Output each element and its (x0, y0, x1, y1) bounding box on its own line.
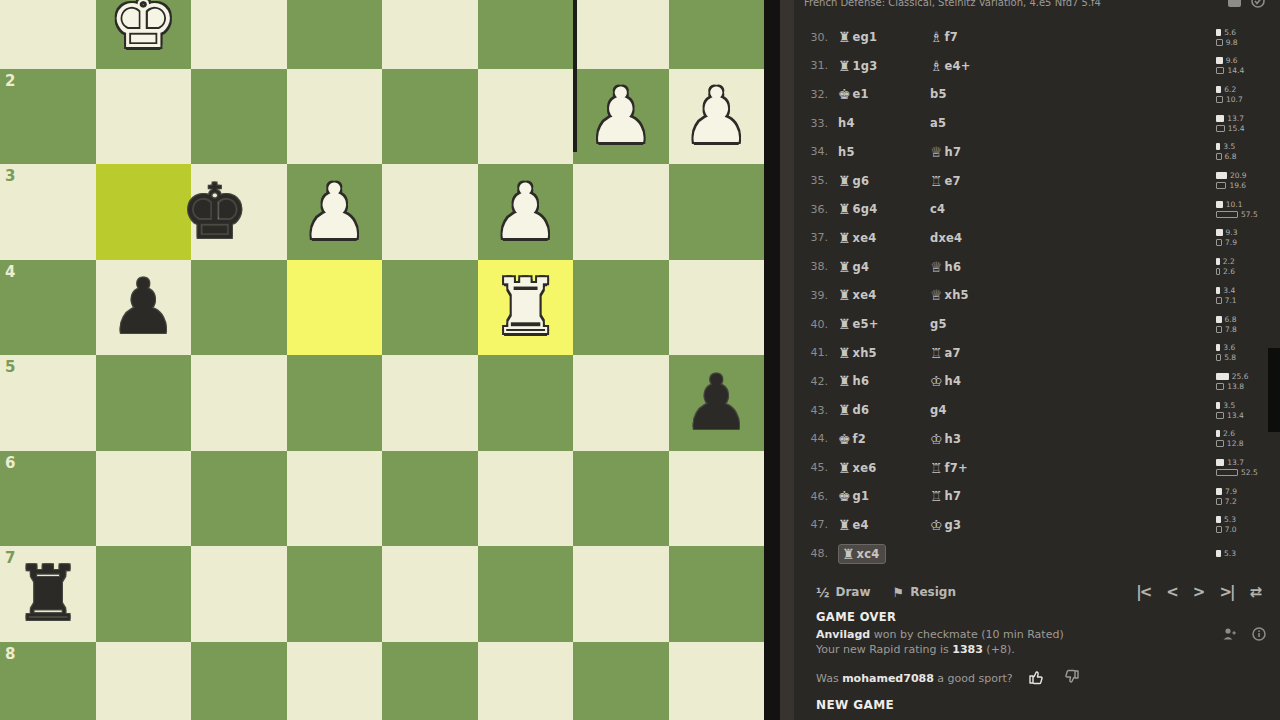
black-move[interactable]: ♕h6 (930, 259, 1020, 275)
move-row-37: 37.♜xe4dxe49.37.9 (794, 225, 1280, 251)
black-time-bar (1216, 239, 1222, 246)
nav-first-icon[interactable]: |< (1136, 583, 1150, 601)
white-time-bar (1216, 258, 1220, 265)
square-e6[interactable] (287, 451, 383, 547)
san-text: g5 (930, 317, 947, 331)
black-move[interactable]: ♕h7 (930, 144, 1020, 160)
black-time-bar (1216, 297, 1222, 304)
move-times: 5.37.0 (1216, 512, 1268, 538)
square-b2[interactable]: ♟ (573, 69, 669, 165)
black-move[interactable]: c4 (930, 202, 1020, 216)
move-number: 47. (794, 518, 834, 531)
move-navigation: |< < > >| ⇄ (1136, 580, 1262, 604)
square-f4[interactable] (191, 260, 287, 356)
square-h5[interactable]: 5 (0, 355, 96, 451)
draw-button[interactable]: ½ Draw (816, 585, 871, 600)
square-a1[interactable] (669, 0, 765, 69)
winner-name: Anvilagd (816, 628, 870, 641)
square-a2[interactable]: ♟ (669, 69, 765, 165)
move-times: 13.752.5 (1216, 455, 1268, 481)
piece-icon-R: ♜ (838, 287, 851, 303)
piece-icon-R: ♜ (838, 201, 851, 217)
time-value: 6.8 (1225, 152, 1237, 161)
white-move[interactable]: ♜e4 (838, 517, 928, 533)
move-row-30: 30.♜eg1♗f75.69.8 (794, 24, 1280, 50)
white-time-bar (1216, 86, 1221, 93)
square-e8[interactable] (287, 642, 383, 720)
move-row-33: 33.h4a513.715.4 (794, 110, 1280, 136)
piece-icon-Q: ♕ (930, 144, 943, 160)
square-g4[interactable]: ♟ (96, 260, 192, 356)
time-value: 7.1 (1225, 296, 1237, 305)
time-value: 3.5 (1223, 142, 1235, 151)
white-move[interactable]: ♜xh5 (838, 345, 928, 361)
game-over-icons (1222, 626, 1266, 645)
piece-icon-R: ♖ (930, 488, 943, 504)
san-text: h6 (945, 260, 962, 274)
white-time-bar (1216, 402, 1220, 409)
resign-label: Resign (910, 585, 956, 599)
white-time-bar (1216, 516, 1221, 523)
square-g2[interactable] (96, 69, 192, 165)
black-time-bar (1216, 354, 1221, 361)
time-value: 5.3 (1224, 549, 1236, 558)
black-pawn-g4[interactable]: ♟ (96, 260, 192, 356)
white-king-g1[interactable]: ♚ (96, 0, 192, 69)
san-text: f7 (945, 30, 958, 44)
white-rook-c4[interactable]: ♜ (478, 260, 574, 356)
square-e5[interactable] (287, 355, 383, 451)
square-d2[interactable] (382, 69, 478, 165)
move-number: 32. (794, 88, 834, 101)
move-number: 44. (794, 432, 834, 445)
piece-icon-R: ♜ (838, 173, 851, 189)
white-move[interactable]: ♜d6 (838, 402, 928, 418)
rank-label-7: 7 (5, 549, 15, 567)
scrollbar-notch (1268, 348, 1280, 432)
time-value: 7.2 (1225, 497, 1237, 506)
thumbs-up-icon[interactable] (1027, 668, 1045, 689)
move-number: 37. (794, 231, 834, 244)
time-value: 13.7 (1227, 458, 1244, 467)
black-move[interactable]: a5 (930, 116, 1020, 130)
square-h6[interactable]: 6 (0, 451, 96, 547)
time-value: 9.6 (1226, 56, 1238, 65)
black-time-bar (1216, 526, 1222, 533)
black-time-bar (1216, 326, 1222, 333)
move-times: 5.69.8 (1216, 24, 1268, 50)
piece-icon-K: ♚ (838, 431, 851, 447)
square-g6[interactable] (96, 451, 192, 547)
time-value: 10.7 (1226, 95, 1243, 104)
square-f1[interactable] (191, 0, 287, 69)
white-move[interactable]: ♜xe4 (838, 230, 928, 246)
square-a3[interactable] (669, 164, 765, 260)
piece-icon-Q: ♕ (930, 287, 943, 303)
square-d5[interactable] (382, 355, 478, 451)
flip-board-icon[interactable]: ⇄ (1249, 583, 1262, 601)
new-game-heading[interactable]: NEW GAME (816, 698, 894, 712)
black-move[interactable]: ♖f7+ (930, 460, 1020, 476)
black-move[interactable]: b5 (930, 87, 1020, 101)
square-e2[interactable] (287, 69, 383, 165)
move-times: 2.612.8 (1216, 426, 1268, 452)
time-value: 6.2 (1224, 85, 1236, 94)
black-time-bar (1216, 96, 1223, 103)
sportsmanship-row: Was mohamed7088 a good sport? (816, 668, 1081, 689)
piece-icon-R: ♜ (838, 345, 851, 361)
square-g5[interactable] (96, 355, 192, 451)
draw-label: Draw (835, 585, 870, 599)
white-move[interactable]: ♜6g4 (838, 201, 928, 217)
move-row-36: 36.♜6g4c410.157.5 (794, 196, 1280, 222)
white-move[interactable]: ♜g6 (838, 173, 928, 189)
san-text: xh5 (945, 288, 969, 302)
square-h4[interactable]: 4 (0, 260, 96, 356)
square-h2[interactable]: 2 (0, 69, 96, 165)
rank-label-8: 8 (5, 645, 15, 663)
white-move[interactable]: ♜xe6 (838, 460, 928, 476)
rank-label-4: 4 (5, 263, 15, 281)
time-value: 9.3 (1226, 228, 1238, 237)
white-move[interactable]: h5 (838, 145, 928, 159)
time-value: 5.6 (1224, 28, 1236, 37)
move-row-31: 31.♜1g3♗e4+9.614.4 (794, 53, 1280, 79)
piece-icon-R: ♜ (838, 29, 851, 45)
square-d7[interactable] (382, 546, 478, 642)
square-b3[interactable] (573, 164, 669, 260)
sport-thumbs (1027, 668, 1081, 689)
square-e1[interactable] (287, 0, 383, 69)
square-b7[interactable] (573, 546, 669, 642)
white-time-bar (1216, 172, 1227, 179)
san-text: 1g3 (853, 59, 878, 73)
square-f7[interactable] (191, 546, 287, 642)
white-move[interactable]: ♜h6 (838, 373, 928, 389)
san-text: e1 (853, 87, 869, 101)
square-d4[interactable] (382, 260, 478, 356)
san-text: e5+ (853, 317, 879, 331)
square-c2[interactable] (478, 69, 574, 165)
square-f5[interactable] (191, 355, 287, 451)
time-value: 9.8 (1226, 38, 1238, 47)
time-value: 3.5 (1223, 401, 1235, 410)
square-b6[interactable] (573, 451, 669, 547)
white-move[interactable]: ♚g1 (838, 488, 928, 504)
sidebar-edge-strip (780, 0, 794, 720)
square-a4[interactable] (669, 260, 765, 356)
square-g1[interactable]: ♚ (96, 0, 192, 69)
black-time-bar (1216, 498, 1222, 505)
square-a7[interactable] (669, 546, 765, 642)
black-move[interactable]: ♔h3 (930, 431, 1020, 447)
white-pawn-e3[interactable]: ♟ (287, 164, 383, 260)
move-number: 45. (794, 461, 834, 474)
piece-icon-Q: ♕ (930, 259, 943, 275)
move-number: 43. (794, 404, 834, 417)
black-move[interactable]: ♗f7 (930, 29, 1020, 45)
piece-icon-R: ♜ (838, 259, 851, 275)
square-d8[interactable] (382, 642, 478, 720)
share-person-icon[interactable] (1222, 626, 1236, 645)
half-point-icon: ½ (816, 585, 829, 600)
nav-next-icon[interactable]: > (1193, 583, 1204, 601)
san-text: dxe4 (930, 231, 962, 245)
piece-icon-K: ♔ (930, 373, 943, 389)
san-text: h7 (945, 145, 962, 159)
square-c4[interactable]: ♜ (478, 260, 574, 356)
piece-icon-B: ♗ (930, 58, 943, 74)
move-row-34: 34.h5♕h73.56.8 (794, 139, 1280, 165)
square-d6[interactable] (382, 451, 478, 547)
square-b1[interactable] (573, 0, 669, 69)
square-c3[interactable]: ♟ (478, 164, 574, 260)
white-pawn-b2[interactable]: ♟ (573, 69, 669, 165)
square-g8[interactable] (96, 642, 192, 720)
move-number: 35. (794, 174, 834, 187)
black-move[interactable]: dxe4 (930, 231, 1020, 245)
piece-icon-R: ♜ (838, 316, 851, 332)
square-e4[interactable] (287, 260, 383, 356)
time-value: 7.8 (1225, 325, 1237, 334)
move-number: 31. (794, 59, 834, 72)
time-value: 3.6 (1223, 343, 1235, 352)
san-text: h5 (838, 145, 855, 159)
piece-icon-K: ♔ (930, 517, 943, 533)
time-value: 7.0 (1225, 525, 1237, 534)
black-move[interactable]: ♖e7 (930, 173, 1020, 189)
san-text: xc4 (857, 547, 880, 561)
time-value: 14.4 (1227, 66, 1244, 75)
chess-board[interactable]: 1♚2♟♟3♚♟♟4♟♜5♟67♜8 (0, 0, 764, 720)
square-h3[interactable]: 3 (0, 164, 96, 260)
game-controls-bar: ½ Draw ⚑ Resign |< < > >| ⇄ (794, 580, 1280, 604)
white-time-bar (1216, 29, 1221, 36)
flag-icon: ⚑ (893, 585, 905, 600)
square-d3[interactable] (382, 164, 478, 260)
time-value: 5.3 (1224, 515, 1236, 524)
black-time-bar (1216, 211, 1238, 218)
white-move[interactable]: ♚e1 (838, 86, 928, 102)
move-number: 33. (794, 117, 834, 130)
time-value: 15.4 (1228, 124, 1245, 133)
square-b4[interactable] (573, 260, 669, 356)
move-times: 10.157.5 (1216, 196, 1268, 222)
white-move[interactable]: ♜eg1 (838, 29, 928, 45)
move-number: 46. (794, 490, 834, 503)
time-value: 2.2 (1223, 257, 1235, 266)
piece-icon-B: ♗ (930, 29, 943, 45)
san-text: xe4 (853, 231, 877, 245)
square-h1[interactable]: 1 (0, 0, 96, 69)
white-time-bar (1216, 430, 1220, 437)
sport-question: Was mohamed7088 a good sport? (816, 672, 1013, 685)
square-g7[interactable] (96, 546, 192, 642)
move-row-32: 32.♚e1b56.210.7 (794, 81, 1280, 107)
white-time-bar (1216, 229, 1223, 236)
move-row-47: 47.♜e4♔g35.37.0 (794, 512, 1280, 538)
move-number: 34. (794, 145, 834, 158)
move-number: 39. (794, 289, 834, 302)
square-b8[interactable] (573, 642, 669, 720)
time-value: 13.7 (1227, 114, 1244, 123)
black-time-bar (1216, 268, 1220, 275)
black-time-bar (1216, 182, 1226, 189)
nav-prev-icon[interactable]: < (1166, 583, 1177, 601)
square-e7[interactable] (287, 546, 383, 642)
move-number: 36. (794, 203, 834, 216)
san-text: h6 (853, 374, 870, 388)
rating-value: 1383 (952, 643, 983, 656)
square-a5[interactable]: ♟ (669, 355, 765, 451)
video-artifact-line (573, 0, 577, 152)
app-window: 1♚2♟♟3♚♟♟4♟♜5♟67♜8 French Defense: Class… (0, 0, 1280, 720)
move-row-41: 41.♜xh5♖a73.65.8 (794, 340, 1280, 366)
move-times: 3.65.8 (1216, 340, 1268, 366)
san-text: g6 (853, 174, 870, 188)
san-text: xh5 (853, 346, 877, 360)
san-text: g4 (853, 260, 870, 274)
white-move[interactable]: ♜xe4 (838, 287, 928, 303)
square-c6[interactable] (478, 451, 574, 547)
white-time-bar (1216, 344, 1220, 351)
rank-label-6: 6 (5, 454, 15, 472)
time-value: 57.5 (1241, 210, 1258, 219)
white-pawn-c3[interactable]: ♟ (478, 164, 574, 260)
san-text: g4 (930, 403, 947, 417)
square-f8[interactable] (191, 642, 287, 720)
black-move[interactable]: ♖a7 (930, 345, 1020, 361)
game-over-title: GAME OVER (816, 610, 1256, 624)
move-row-45: 45.♜xe6♖f7+13.752.5 (794, 455, 1280, 481)
piece-icon-K: ♚ (838, 488, 851, 504)
black-king-f3[interactable]: ♚ (167, 164, 263, 260)
white-move[interactable]: ♚f2 (838, 431, 928, 447)
white-time-bar (1216, 373, 1229, 380)
time-value: 20.9 (1230, 171, 1247, 180)
black-move[interactable]: ♗e4+ (930, 58, 1020, 74)
square-c5[interactable] (478, 355, 574, 451)
result-text: won by checkmate (10 min Rated) (870, 628, 1063, 641)
black-pawn-a5[interactable]: ♟ (669, 355, 765, 451)
san-text: e4+ (945, 59, 971, 73)
square-c1[interactable] (478, 0, 574, 69)
game-sidebar: French Defense: Classical, Steinitz Vari… (794, 0, 1280, 720)
time-value: 13.8 (1227, 382, 1244, 391)
move-row-46: 46.♚g1♖h77.97.2 (794, 483, 1280, 509)
time-value: 5.8 (1224, 353, 1236, 362)
san-text: xe6 (853, 461, 877, 475)
white-move[interactable]: ♜g4 (838, 259, 928, 275)
game-over-panel: GAME OVER Anvilagd won by checkmate (10 … (816, 610, 1256, 656)
piece-icon-R: ♜ (838, 460, 851, 476)
piece-icon-R: ♜ (842, 546, 855, 562)
square-a8[interactable] (669, 642, 765, 720)
resign-button[interactable]: ⚑ Resign (893, 585, 956, 600)
square-h7[interactable]: 7♜ (0, 546, 96, 642)
piece-icon-K: ♔ (930, 431, 943, 447)
info-icon[interactable] (1252, 626, 1266, 645)
time-value: 2.6 (1223, 429, 1235, 438)
move-times: 3.47.1 (1216, 282, 1268, 308)
square-b5[interactable] (573, 355, 669, 451)
san-text: e4 (853, 518, 869, 532)
square-a6[interactable] (669, 451, 765, 547)
move-number: 41. (794, 346, 834, 359)
move-number: 42. (794, 375, 834, 388)
square-f2[interactable] (191, 69, 287, 165)
san-text: h4 (838, 116, 855, 130)
san-text: g1 (853, 489, 870, 503)
black-move[interactable]: ♔g3 (930, 517, 1020, 533)
book-icon[interactable] (1227, 0, 1242, 9)
black-move[interactable]: ♖h7 (930, 488, 1020, 504)
time-value: 7.9 (1225, 238, 1237, 247)
square-c8[interactable] (478, 642, 574, 720)
san-text: h4 (945, 374, 962, 388)
white-time-bar (1216, 201, 1223, 208)
white-time-bar (1216, 459, 1224, 466)
square-c7[interactable] (478, 546, 574, 642)
black-time-bar (1216, 39, 1223, 46)
san-text: 6g4 (853, 202, 878, 216)
san-text: c4 (930, 202, 945, 216)
san-text: h7 (945, 489, 962, 503)
black-time-bar (1216, 67, 1224, 74)
black-time-bar (1216, 469, 1238, 476)
rank-label-5: 5 (5, 358, 15, 376)
square-f3[interactable]: ♚ (191, 164, 287, 260)
opening-name[interactable]: French Defense: Classical, Steinitz Vari… (804, 0, 1224, 8)
san-text: e7 (945, 174, 961, 188)
move-row-43: 43.♜d6g43.513.4 (794, 397, 1280, 423)
white-time-bar (1216, 115, 1224, 122)
white-time-bar (1216, 57, 1223, 64)
piece-icon-R: ♜ (838, 58, 851, 74)
time-value: 12.8 (1227, 439, 1244, 448)
san-text: h3 (945, 432, 962, 446)
white-move[interactable]: ♜1g3 (838, 58, 928, 74)
square-h8[interactable]: 8 (0, 642, 96, 720)
time-value: 6.8 (1225, 315, 1237, 324)
black-move[interactable]: ♕xh5 (930, 287, 1020, 303)
white-move[interactable]: ♜xc4 (838, 544, 886, 564)
board-sidebar-gap (764, 0, 780, 720)
black-move[interactable]: g4 (930, 403, 1020, 417)
square-d1[interactable] (382, 0, 478, 69)
square-e3[interactable]: ♟ (287, 164, 383, 260)
nav-last-icon[interactable]: >| (1219, 583, 1233, 601)
square-f6[interactable] (191, 451, 287, 547)
white-pawn-a2[interactable]: ♟ (669, 69, 765, 165)
move-times: 2.22.6 (1216, 254, 1268, 280)
piece-icon-R: ♖ (930, 345, 943, 361)
move-times: 20.919.6 (1216, 168, 1268, 194)
thumbs-down-icon[interactable] (1063, 668, 1081, 689)
circle-check-icon[interactable] (1250, 0, 1266, 9)
black-move[interactable]: ♔h4 (930, 373, 1020, 389)
piece-icon-R: ♜ (838, 517, 851, 533)
move-row-40: 40.♜e5+g56.87.8 (794, 311, 1280, 337)
rank-label-2: 2 (5, 72, 15, 90)
white-move[interactable]: h4 (838, 116, 928, 130)
move-times: 5.3 (1216, 541, 1268, 567)
rating-line: Your new Rapid rating is 1383 (+8). (816, 643, 1256, 656)
white-move[interactable]: ♜e5+ (838, 316, 928, 332)
black-move[interactable]: g5 (930, 317, 1020, 331)
rank-label-3: 3 (5, 167, 15, 185)
move-times: 3.56.8 (1216, 139, 1268, 165)
